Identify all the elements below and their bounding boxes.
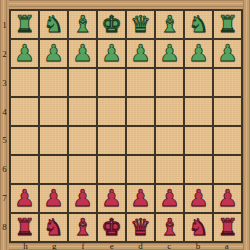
rank-label-5: 5: [0, 126, 9, 155]
square-c7[interactable]: ♟: [156, 185, 183, 212]
square-e2[interactable]: ♟: [98, 40, 125, 67]
piece-white-pawn: ♟: [43, 40, 64, 67]
piece-white-pawn: ♟: [188, 40, 209, 67]
square-f3[interactable]: [69, 69, 96, 96]
piece-black-pawn: ♟: [43, 185, 64, 212]
square-f8[interactable]: ♝: [69, 214, 96, 241]
piece-white-pawn: ♟: [101, 40, 122, 67]
square-d6[interactable]: [127, 156, 154, 183]
square-b1[interactable]: ♞: [185, 11, 212, 38]
square-d7[interactable]: ♟: [127, 185, 154, 212]
wood-frame-right: [243, 0, 250, 250]
piece-white-king: ♚: [101, 11, 122, 38]
square-e1[interactable]: ♚: [98, 11, 125, 38]
piece-black-pawn: ♟: [217, 185, 238, 212]
square-e4[interactable]: [98, 98, 125, 125]
square-a8[interactable]: ♜: [214, 214, 241, 241]
square-e3[interactable]: [98, 69, 125, 96]
piece-white-rook: ♜: [14, 11, 35, 38]
piece-black-bishop: ♝: [159, 214, 180, 241]
square-b5[interactable]: [185, 127, 212, 154]
rank-label-8: 8: [0, 212, 9, 241]
square-c1[interactable]: ♝: [156, 11, 183, 38]
square-b8[interactable]: ♞: [185, 214, 212, 241]
square-h1[interactable]: ♜: [11, 11, 38, 38]
rank-label-2: 2: [0, 40, 9, 69]
piece-black-rook: ♜: [14, 214, 35, 241]
piece-black-king: ♚: [101, 214, 122, 241]
file-label-d: d: [126, 241, 155, 250]
square-h7[interactable]: ♟: [11, 185, 38, 212]
square-h2[interactable]: ♟: [11, 40, 38, 67]
piece-black-bishop: ♝: [72, 214, 93, 241]
piece-black-pawn: ♟: [130, 185, 151, 212]
square-h3[interactable]: [11, 69, 38, 96]
square-e6[interactable]: [98, 156, 125, 183]
file-label-f: f: [69, 241, 98, 250]
piece-white-rook: ♜: [217, 11, 238, 38]
square-f4[interactable]: [69, 98, 96, 125]
square-d4[interactable]: [127, 98, 154, 125]
piece-black-queen: ♛: [130, 214, 151, 241]
rank-label-1: 1: [0, 11, 9, 40]
square-h6[interactable]: [11, 156, 38, 183]
piece-black-knight: ♞: [43, 214, 64, 241]
piece-black-pawn: ♟: [14, 185, 35, 212]
square-g7[interactable]: ♟: [40, 185, 67, 212]
square-c8[interactable]: ♝: [156, 214, 183, 241]
square-h8[interactable]: ♜: [11, 214, 38, 241]
piece-white-queen: ♛: [130, 11, 151, 38]
square-h4[interactable]: [11, 98, 38, 125]
rank-label-6: 6: [0, 155, 9, 184]
piece-black-rook: ♜: [217, 214, 238, 241]
rank-coordinates: 12345678: [0, 11, 9, 241]
file-label-a: a: [212, 241, 241, 250]
square-g2[interactable]: ♟: [40, 40, 67, 67]
rank-label-3: 3: [0, 69, 9, 98]
square-g1[interactable]: ♞: [40, 11, 67, 38]
file-label-h: h: [11, 241, 40, 250]
chess-board: ♜♞♝♚♛♝♞♜♟♟♟♟♟♟♟♟♟♟♟♟♟♟♟♟♜♞♝♚♛♝♞♜: [9, 9, 243, 243]
square-c5[interactable]: [156, 127, 183, 154]
square-a2[interactable]: ♟: [214, 40, 241, 67]
square-c6[interactable]: [156, 156, 183, 183]
square-g3[interactable]: [40, 69, 67, 96]
square-f7[interactable]: ♟: [69, 185, 96, 212]
piece-white-pawn: ♟: [72, 40, 93, 67]
square-a6[interactable]: [214, 156, 241, 183]
square-h5[interactable]: [11, 127, 38, 154]
piece-white-bishop: ♝: [72, 11, 93, 38]
square-g6[interactable]: [40, 156, 67, 183]
piece-black-pawn: ♟: [188, 185, 209, 212]
square-f5[interactable]: [69, 127, 96, 154]
square-g8[interactable]: ♞: [40, 214, 67, 241]
square-d3[interactable]: [127, 69, 154, 96]
piece-white-bishop: ♝: [159, 11, 180, 38]
file-label-g: g: [40, 241, 69, 250]
piece-black-knight: ♞: [188, 214, 209, 241]
file-label-b: b: [184, 241, 213, 250]
square-e7[interactable]: ♟: [98, 185, 125, 212]
file-label-e: e: [97, 241, 126, 250]
square-a3[interactable]: [214, 69, 241, 96]
rank-label-7: 7: [0, 184, 9, 213]
square-b7[interactable]: ♟: [185, 185, 212, 212]
piece-white-pawn: ♟: [130, 40, 151, 67]
square-d1[interactable]: ♛: [127, 11, 154, 38]
square-g4[interactable]: [40, 98, 67, 125]
square-a7[interactable]: ♟: [214, 185, 241, 212]
file-label-c: c: [155, 241, 184, 250]
piece-white-knight: ♞: [43, 11, 64, 38]
square-g5[interactable]: [40, 127, 67, 154]
square-f6[interactable]: [69, 156, 96, 183]
square-e5[interactable]: [98, 127, 125, 154]
piece-white-pawn: ♟: [14, 40, 35, 67]
piece-black-pawn: ♟: [72, 185, 93, 212]
rank-label-4: 4: [0, 97, 9, 126]
piece-black-pawn: ♟: [159, 185, 180, 212]
square-a5[interactable]: [214, 127, 241, 154]
piece-white-pawn: ♟: [217, 40, 238, 67]
file-coordinates: hgfedcba: [11, 241, 241, 250]
piece-white-pawn: ♟: [159, 40, 180, 67]
square-c2[interactable]: ♟: [156, 40, 183, 67]
square-c4[interactable]: [156, 98, 183, 125]
square-b4[interactable]: [185, 98, 212, 125]
square-c3[interactable]: [156, 69, 183, 96]
square-d8[interactable]: ♛: [127, 214, 154, 241]
chess-game-window: ♜♞♝♚♛♝♞♜♟♟♟♟♟♟♟♟♟♟♟♟♟♟♟♟♜♞♝♚♛♝♞♜ 1234567…: [0, 0, 250, 250]
square-f1[interactable]: ♝: [69, 11, 96, 38]
square-a1[interactable]: ♜: [214, 11, 241, 38]
piece-white-knight: ♞: [188, 11, 209, 38]
square-b3[interactable]: [185, 69, 212, 96]
square-d5[interactable]: [127, 127, 154, 154]
piece-black-pawn: ♟: [101, 185, 122, 212]
square-d2[interactable]: ♟: [127, 40, 154, 67]
square-a4[interactable]: [214, 98, 241, 125]
square-b6[interactable]: [185, 156, 212, 183]
square-e8[interactable]: ♚: [98, 214, 125, 241]
square-b2[interactable]: ♟: [185, 40, 212, 67]
square-f2[interactable]: ♟: [69, 40, 96, 67]
wood-frame-top: [0, 0, 250, 9]
